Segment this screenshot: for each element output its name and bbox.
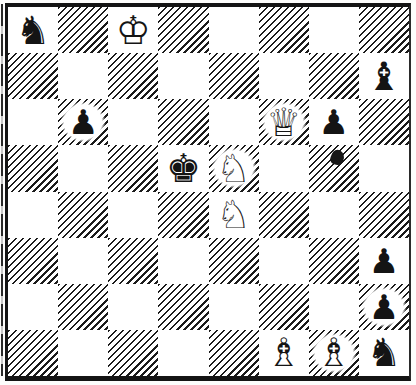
square-g8[interactable] bbox=[309, 7, 359, 53]
square-a1[interactable] bbox=[8, 330, 58, 376]
piece-black-king-d5[interactable]: ♚ bbox=[160, 147, 206, 189]
square-a7[interactable] bbox=[8, 53, 58, 99]
square-a3[interactable] bbox=[8, 238, 58, 284]
square-c5[interactable] bbox=[108, 145, 158, 191]
square-f8[interactable] bbox=[259, 7, 309, 53]
ink-smudge bbox=[328, 148, 346, 167]
square-h4[interactable] bbox=[359, 192, 409, 238]
square-g7[interactable] bbox=[309, 53, 359, 99]
square-a2[interactable] bbox=[8, 284, 58, 330]
square-c7[interactable] bbox=[108, 53, 158, 99]
square-f6[interactable]: ♕ bbox=[259, 99, 309, 145]
square-b2[interactable] bbox=[58, 284, 108, 330]
square-c2[interactable] bbox=[108, 284, 158, 330]
piece-white-knight-e5[interactable]: ♘ bbox=[211, 147, 257, 189]
chess-diagram-page: ♞♔♝♟♕♟♚♘♘♟♟♗♗♞ bbox=[0, 0, 416, 385]
piece-white-queen-f6[interactable]: ♕ bbox=[261, 101, 307, 143]
square-d5[interactable]: ♚ bbox=[158, 145, 208, 191]
piece-white-king-c8[interactable]: ♔ bbox=[110, 9, 156, 51]
square-a5[interactable] bbox=[8, 145, 58, 191]
square-c6[interactable] bbox=[108, 99, 158, 145]
square-a4[interactable] bbox=[8, 192, 58, 238]
square-b6[interactable]: ♟ bbox=[58, 99, 108, 145]
square-d3[interactable] bbox=[158, 238, 208, 284]
square-g5[interactable] bbox=[309, 145, 359, 191]
piece-black-bishop-h7[interactable]: ♝ bbox=[361, 55, 407, 97]
piece-white-bishop-f1[interactable]: ♗ bbox=[261, 332, 307, 374]
square-f4[interactable] bbox=[259, 192, 309, 238]
square-h2[interactable]: ♟ bbox=[359, 284, 409, 330]
square-c8[interactable]: ♔ bbox=[108, 7, 158, 53]
square-e3[interactable] bbox=[209, 238, 259, 284]
square-a6[interactable] bbox=[8, 99, 58, 145]
square-h3[interactable]: ♟ bbox=[359, 238, 409, 284]
square-b8[interactable] bbox=[58, 7, 108, 53]
piece-black-knight-h1[interactable]: ♞ bbox=[361, 332, 407, 374]
piece-white-knight-e4[interactable]: ♘ bbox=[211, 194, 257, 236]
square-d1[interactable] bbox=[158, 330, 208, 376]
piece-white-bishop-g1[interactable]: ♗ bbox=[311, 332, 357, 374]
chess-board: ♞♔♝♟♕♟♚♘♘♟♟♗♗♞ bbox=[8, 7, 409, 376]
square-h8[interactable] bbox=[359, 7, 409, 53]
square-d2[interactable] bbox=[158, 284, 208, 330]
square-b3[interactable] bbox=[58, 238, 108, 284]
square-f7[interactable] bbox=[259, 53, 309, 99]
square-b1[interactable] bbox=[58, 330, 108, 376]
square-h1[interactable]: ♞ bbox=[359, 330, 409, 376]
square-e1[interactable] bbox=[209, 330, 259, 376]
board-frame: ♞♔♝♟♕♟♚♘♘♟♟♗♗♞ bbox=[5, 3, 411, 381]
piece-black-pawn-g6[interactable]: ♟ bbox=[311, 101, 357, 143]
square-d6[interactable] bbox=[158, 99, 208, 145]
square-c1[interactable] bbox=[108, 330, 158, 376]
square-f1[interactable]: ♗ bbox=[259, 330, 309, 376]
square-c4[interactable] bbox=[108, 192, 158, 238]
square-a8[interactable]: ♞ bbox=[8, 7, 58, 53]
square-d8[interactable] bbox=[158, 7, 208, 53]
piece-black-knight-a8[interactable]: ♞ bbox=[10, 9, 56, 51]
square-f2[interactable] bbox=[259, 284, 309, 330]
square-b5[interactable] bbox=[58, 145, 108, 191]
square-f5[interactable] bbox=[259, 145, 309, 191]
square-e8[interactable] bbox=[209, 7, 259, 53]
square-e4[interactable]: ♘ bbox=[209, 192, 259, 238]
square-e7[interactable] bbox=[209, 53, 259, 99]
square-e5[interactable]: ♘ bbox=[209, 145, 259, 191]
square-d7[interactable] bbox=[158, 53, 208, 99]
square-g4[interactable] bbox=[309, 192, 359, 238]
square-g2[interactable] bbox=[309, 284, 359, 330]
square-g6[interactable]: ♟ bbox=[309, 99, 359, 145]
square-c3[interactable] bbox=[108, 238, 158, 284]
square-d4[interactable] bbox=[158, 192, 208, 238]
square-e2[interactable] bbox=[209, 284, 259, 330]
square-g3[interactable] bbox=[309, 238, 359, 284]
piece-black-pawn-h3[interactable]: ♟ bbox=[361, 240, 407, 282]
square-h5[interactable] bbox=[359, 145, 409, 191]
square-g1[interactable]: ♗ bbox=[309, 330, 359, 376]
square-f3[interactable] bbox=[259, 238, 309, 284]
piece-black-pawn-h2[interactable]: ♟ bbox=[361, 286, 407, 328]
square-b4[interactable] bbox=[58, 192, 108, 238]
square-h6[interactable] bbox=[359, 99, 409, 145]
square-h7[interactable]: ♝ bbox=[359, 53, 409, 99]
square-b7[interactable] bbox=[58, 53, 108, 99]
square-e6[interactable] bbox=[209, 99, 259, 145]
piece-black-pawn-b6[interactable]: ♟ bbox=[60, 101, 106, 143]
outer-left-rule bbox=[1, 4, 3, 376]
